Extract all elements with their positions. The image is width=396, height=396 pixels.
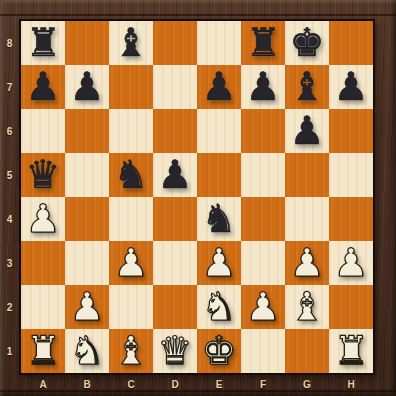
square-g6[interactable]: ♟ [285,109,329,153]
square-b2[interactable]: ♟ [65,285,109,329]
black-pawn: ♟ [241,65,285,109]
white-knight: ♞ [65,329,109,373]
frame-groove-top [0,14,396,16]
white-pawn: ♟ [241,285,285,329]
square-e4[interactable]: ♞ [197,197,241,241]
rank-label-7: 7 [0,65,19,109]
square-f1[interactable] [241,329,285,373]
file-label-d: D [153,374,197,394]
rank-label-1: 1 [0,329,19,373]
black-knight: ♞ [109,153,153,197]
square-c5[interactable]: ♞ [109,153,153,197]
white-pawn: ♟ [109,241,153,285]
white-bishop: ♝ [285,285,329,329]
square-d1[interactable]: ♛ [153,329,197,373]
square-d3[interactable] [153,241,197,285]
square-g5[interactable] [285,153,329,197]
square-a2[interactable] [21,285,65,329]
white-rook: ♜ [329,329,373,373]
square-f4[interactable] [241,197,285,241]
black-pawn: ♟ [329,65,373,109]
square-g8[interactable]: ♚ [285,21,329,65]
file-label-a: A [21,374,65,394]
square-a5[interactable]: ♛ [21,153,65,197]
square-c2[interactable] [109,285,153,329]
square-a3[interactable] [21,241,65,285]
square-d5[interactable]: ♟ [153,153,197,197]
black-rook: ♜ [21,21,65,65]
file-label-h: H [329,374,373,394]
square-c8[interactable]: ♝ [109,21,153,65]
square-b6[interactable] [65,109,109,153]
black-pawn: ♟ [197,65,241,109]
square-h4[interactable] [329,197,373,241]
square-h7[interactable]: ♟ [329,65,373,109]
square-e3[interactable]: ♟ [197,241,241,285]
file-labels: ABCDEFGH [21,374,373,394]
square-c7[interactable] [109,65,153,109]
rank-label-4: 4 [0,197,19,241]
square-e8[interactable] [197,21,241,65]
chess-app: 87654321 ABCDEFGH ♜♝♜♚♟♟♟♟♝♟♟♛♞♟♟♞♟♟♟♟♟♞… [0,0,396,396]
square-b5[interactable] [65,153,109,197]
file-label-g: G [285,374,329,394]
square-h1[interactable]: ♜ [329,329,373,373]
square-b1[interactable]: ♞ [65,329,109,373]
square-b7[interactable]: ♟ [65,65,109,109]
square-d2[interactable] [153,285,197,329]
white-pawn: ♟ [329,241,373,285]
square-c6[interactable] [109,109,153,153]
square-a8[interactable]: ♜ [21,21,65,65]
file-label-c: C [109,374,153,394]
square-g3[interactable]: ♟ [285,241,329,285]
square-g1[interactable] [285,329,329,373]
white-pawn: ♟ [285,241,329,285]
rank-label-2: 2 [0,285,19,329]
square-g7[interactable]: ♝ [285,65,329,109]
board-frame: 87654321 ABCDEFGH ♜♝♜♚♟♟♟♟♝♟♟♛♞♟♟♞♟♟♟♟♟♞… [0,0,396,396]
white-pawn: ♟ [65,285,109,329]
rank-labels: 87654321 [0,21,19,373]
black-rook: ♜ [241,21,285,65]
square-d4[interactable] [153,197,197,241]
white-knight: ♞ [197,285,241,329]
rank-label-8: 8 [0,21,19,65]
white-queen: ♛ [153,329,197,373]
square-h6[interactable] [329,109,373,153]
black-pawn: ♟ [153,153,197,197]
square-e5[interactable] [197,153,241,197]
square-e6[interactable] [197,109,241,153]
square-f6[interactable] [241,109,285,153]
square-a4[interactable]: ♟ [21,197,65,241]
black-pawn: ♟ [65,65,109,109]
square-b4[interactable] [65,197,109,241]
black-bishop: ♝ [285,65,329,109]
square-h5[interactable] [329,153,373,197]
square-h3[interactable]: ♟ [329,241,373,285]
square-e1[interactable]: ♚ [197,329,241,373]
black-pawn: ♟ [285,109,329,153]
square-e2[interactable]: ♞ [197,285,241,329]
black-pawn: ♟ [21,65,65,109]
square-g2[interactable]: ♝ [285,285,329,329]
square-c4[interactable] [109,197,153,241]
file-label-e: E [197,374,241,394]
square-b8[interactable] [65,21,109,65]
square-h2[interactable] [329,285,373,329]
black-king: ♚ [285,21,329,65]
file-label-f: F [241,374,285,394]
square-c3[interactable]: ♟ [109,241,153,285]
square-h8[interactable] [329,21,373,65]
black-bishop: ♝ [109,21,153,65]
rank-label-6: 6 [0,109,19,153]
square-e7[interactable]: ♟ [197,65,241,109]
square-f8[interactable]: ♜ [241,21,285,65]
file-label-b: B [65,374,109,394]
white-pawn: ♟ [197,241,241,285]
square-a7[interactable]: ♟ [21,65,65,109]
white-bishop: ♝ [109,329,153,373]
white-rook: ♜ [21,329,65,373]
square-b3[interactable] [65,241,109,285]
square-a1[interactable]: ♜ [21,329,65,373]
white-king: ♚ [197,329,241,373]
chess-board: ♜♝♜♚♟♟♟♟♝♟♟♛♞♟♟♞♟♟♟♟♟♞♟♝♜♞♝♛♚♜ [19,19,375,375]
square-f7[interactable]: ♟ [241,65,285,109]
square-f3[interactable] [241,241,285,285]
square-f2[interactable]: ♟ [241,285,285,329]
square-g4[interactable] [285,197,329,241]
square-a6[interactable] [21,109,65,153]
black-queen: ♛ [21,153,65,197]
square-d7[interactable] [153,65,197,109]
square-c1[interactable]: ♝ [109,329,153,373]
black-knight: ♞ [197,197,241,241]
rank-label-3: 3 [0,241,19,285]
square-d6[interactable] [153,109,197,153]
white-pawn: ♟ [21,197,65,241]
square-d8[interactable] [153,21,197,65]
rank-label-5: 5 [0,153,19,197]
square-f5[interactable] [241,153,285,197]
